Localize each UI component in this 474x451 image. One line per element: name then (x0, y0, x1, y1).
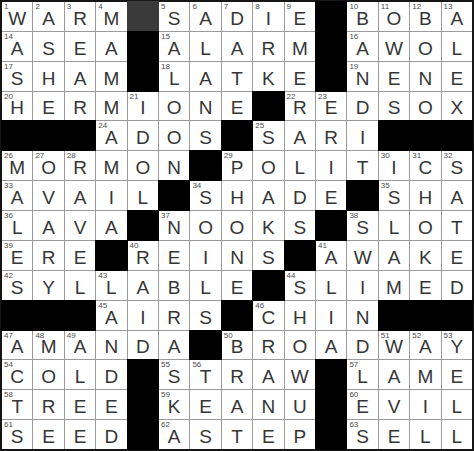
cell-r3c1[interactable]: 17S (2, 62, 32, 91)
cell-r1c3[interactable]: 3R (65, 2, 95, 31)
cell-r3c12[interactable]: 19N (347, 62, 377, 91)
cell-r2c4[interactable]: A (96, 32, 126, 61)
cell-r8c1[interactable]: 36L (2, 211, 32, 240)
letter-r3c4: M (103, 69, 119, 91)
cell-r10c4[interactable]: 43L (96, 271, 126, 300)
black-cell-r6c7 (190, 151, 220, 180)
letter-r2c9: R (262, 39, 276, 61)
cell-r8c2[interactable]: A (33, 211, 63, 240)
cell-r3c13[interactable]: E (379, 62, 409, 91)
cell-r13c15[interactable]: E (442, 360, 472, 389)
cell-r3c7[interactable]: A (190, 62, 220, 91)
letter-r7c14: H (419, 188, 433, 210)
cell-r9c15[interactable]: E (442, 241, 472, 270)
cell-r15c10[interactable]: P (285, 420, 315, 449)
cell-r11c11[interactable]: I (316, 301, 346, 330)
cell-r7c1[interactable]: 33A (2, 181, 32, 210)
clue-number-43: 43 (98, 271, 107, 281)
letter-r8c14: O (418, 218, 433, 240)
clue-number-23: 23 (318, 92, 327, 102)
letter-r1c2: A (42, 9, 55, 31)
cell-r10c6[interactable]: B (159, 271, 189, 300)
cell-r6c15[interactable]: 32S (442, 151, 472, 180)
letter-r2c4: A (105, 39, 118, 61)
cell-r8c8[interactable]: O (222, 211, 252, 240)
cell-r9c2[interactable]: R (33, 241, 63, 270)
cell-r15c9[interactable]: E (253, 420, 283, 449)
letter-r6c15: S (450, 158, 463, 180)
cell-r15c7[interactable]: S (190, 420, 220, 449)
cell-r4c8[interactable]: E (222, 92, 252, 121)
cell-r9c6[interactable]: E (159, 241, 189, 270)
cell-r12c4[interactable]: N (96, 331, 126, 360)
clue-number-50: 50 (224, 331, 233, 341)
clue-number-1: 1 (4, 2, 8, 12)
letter-r9c7: I (203, 248, 208, 270)
letter-r10c7: L (200, 278, 211, 300)
clue-number-37: 37 (161, 211, 170, 221)
letter-r6c3: R (73, 158, 87, 180)
cell-r11c4[interactable]: 45A (96, 301, 126, 330)
letter-r12c12: D (356, 337, 370, 359)
cell-r3c2[interactable]: H (33, 62, 63, 91)
cell-r13c4[interactable]: D (96, 360, 126, 389)
letter-r9c14: K (419, 248, 432, 270)
clue-number-59: 59 (161, 390, 170, 400)
cell-r2c6[interactable]: 15A (159, 32, 189, 61)
black-cell-r11c14 (410, 301, 440, 330)
cell-r6c2[interactable]: 27O (33, 151, 63, 180)
letter-r1c12: B (356, 9, 369, 31)
cell-r5c4[interactable]: 24A (96, 121, 126, 150)
letter-r1c8: D (230, 9, 244, 31)
cell-r13c6[interactable]: 55S (159, 360, 189, 389)
clue-number-48: 48 (35, 331, 44, 341)
letter-r6c6: N (167, 158, 181, 180)
cell-r2c3[interactable]: E (65, 32, 95, 61)
cell-r2c14[interactable]: O (410, 32, 440, 61)
letter-r14c6: K (168, 397, 181, 419)
letter-r7c13: S (388, 188, 401, 210)
black-cell-r11c2 (33, 301, 63, 330)
letter-r9c1: E (11, 248, 24, 270)
cell-r15c4[interactable]: D (96, 420, 126, 449)
black-cell-r14c11 (316, 390, 346, 419)
cell-r11c7[interactable]: S (190, 301, 220, 330)
cell-r9c3[interactable]: E (65, 241, 95, 270)
cell-r2c2[interactable]: S (33, 32, 63, 61)
cell-r3c4[interactable]: M (96, 62, 126, 91)
cell-r8c3[interactable]: V (65, 211, 95, 240)
letter-r12c9: R (262, 337, 276, 359)
cell-r11c5[interactable]: I (128, 301, 158, 330)
clue-number-46: 46 (255, 301, 264, 311)
cell-r15c13[interactable]: E (379, 420, 409, 449)
cell-r5c10[interactable]: A (285, 121, 315, 150)
cell-r8c7[interactable]: O (190, 211, 220, 240)
cell-r6c4[interactable]: M (96, 151, 126, 180)
cell-r3c6[interactable]: 18L (159, 62, 189, 91)
cell-r14c12[interactable]: 60E (347, 390, 377, 419)
letter-r10c2: Y (42, 278, 55, 300)
cell-r6c9[interactable]: O (253, 151, 283, 180)
letter-r15c9: E (262, 427, 275, 449)
cell-r12c12[interactable]: D (347, 331, 377, 360)
cell-r4c5[interactable]: 21I (128, 92, 158, 121)
cell-r8c4[interactable]: A (96, 211, 126, 240)
cell-r14c1[interactable]: 58T (2, 390, 32, 419)
crossword-board: 1W2A3R4M5S6A7D8I9E10B11O12B13A14ASEA15AL… (0, 0, 474, 451)
cell-r13c14[interactable]: M (410, 360, 440, 389)
cell-r13c9[interactable]: A (253, 360, 283, 389)
cell-r2c13[interactable]: W (379, 32, 409, 61)
cell-r2c15[interactable]: L (442, 32, 472, 61)
cell-r5c7[interactable]: S (190, 121, 220, 150)
cell-r5c5[interactable]: D (128, 121, 158, 150)
cell-r13c13[interactable]: A (379, 360, 409, 389)
cell-r11c12[interactable]: N (347, 301, 377, 330)
cell-r1c14[interactable]: 12B (410, 2, 440, 31)
letter-r4c8: E (231, 98, 244, 120)
cell-r8c14[interactable]: O (410, 211, 440, 240)
cell-r12c13[interactable]: 51W (379, 331, 409, 360)
cell-r10c8[interactable]: E (222, 271, 252, 300)
cell-r10c5[interactable]: A (128, 271, 158, 300)
cell-r1c1[interactable]: 1W (2, 2, 32, 31)
letter-r2c12: A (356, 39, 369, 61)
cell-r14c13[interactable]: V (379, 390, 409, 419)
cell-r12c2[interactable]: 48M (33, 331, 63, 360)
cell-r2c8[interactable]: A (222, 32, 252, 61)
black-cell-r7c12 (347, 181, 377, 210)
letter-r15c13: E (388, 427, 401, 449)
cell-r10c15[interactable]: D (442, 271, 472, 300)
cell-r1c10[interactable]: 9E (285, 2, 315, 31)
letter-r1c3: R (73, 9, 87, 31)
letter-r13c10: W (291, 367, 309, 389)
cell-r12c10[interactable]: O (285, 331, 315, 360)
cell-r7c8[interactable]: H (222, 181, 252, 210)
clue-number-16: 16 (349, 32, 358, 42)
clue-number-62: 62 (161, 420, 170, 430)
letter-r4c3: R (73, 98, 87, 120)
cell-r7c10[interactable]: D (285, 181, 315, 210)
cell-r9c8[interactable]: N (222, 241, 252, 270)
letter-r7c4: I (109, 188, 114, 210)
letter-r8c8: O (230, 218, 245, 240)
clue-number-51: 51 (381, 331, 390, 341)
letter-r3c9: K (262, 69, 275, 91)
letter-r15c3: E (74, 427, 87, 449)
cell-r6c1[interactable]: 26M (2, 151, 32, 180)
cell-r7c4[interactable]: I (96, 181, 126, 210)
letter-r14c15: L (452, 397, 463, 419)
cell-r4c13[interactable]: S (379, 92, 409, 121)
letter-r14c13: V (388, 397, 401, 419)
cell-r5c11[interactable]: R (316, 121, 346, 150)
clue-number-5: 5 (161, 2, 165, 12)
letter-r4c4: M (103, 98, 119, 120)
cell-r7c7[interactable]: 34S (190, 181, 220, 210)
cell-r7c15[interactable]: A (442, 181, 472, 210)
black-cell-r1c11 (316, 2, 346, 31)
cell-r6c14[interactable]: 31C (410, 151, 440, 180)
cell-r12c3[interactable]: 49A (65, 331, 95, 360)
cell-r10c10[interactable]: 44S (285, 271, 315, 300)
cell-r10c14[interactable]: E (410, 271, 440, 300)
cell-r13c12[interactable]: 57L (347, 360, 377, 389)
cell-r10c12[interactable]: I (347, 271, 377, 300)
cell-r9c12[interactable]: W (347, 241, 377, 270)
cell-r14c6[interactable]: 59K (159, 390, 189, 419)
cell-r1c13[interactable]: 11O (379, 2, 409, 31)
black-cell-r11c15 (442, 301, 472, 330)
letter-r9c3: E (74, 248, 87, 270)
cell-r3c10[interactable]: E (285, 62, 315, 91)
cell-r13c2[interactable]: O (33, 360, 63, 389)
letter-r2c8: A (231, 39, 244, 61)
cell-r15c1[interactable]: 61S (2, 420, 32, 449)
cell-r10c11[interactable]: L (316, 271, 346, 300)
letter-r3c15: E (450, 69, 463, 91)
cell-r4c1[interactable]: 20H (2, 92, 32, 121)
cell-r13c7[interactable]: 56T (190, 360, 220, 389)
cell-r3c3[interactable]: A (65, 62, 95, 91)
cell-r15c3[interactable]: E (65, 420, 95, 449)
cell-r2c12[interactable]: 16A (347, 32, 377, 61)
cell-r7c14[interactable]: H (410, 181, 440, 210)
cell-r15c15[interactable]: L (442, 420, 472, 449)
cell-r8c10[interactable]: S (285, 211, 315, 240)
letter-r8c10: S (293, 218, 306, 240)
cell-r10c3[interactable]: L (65, 271, 95, 300)
cell-r1c6[interactable]: 5S (159, 2, 189, 31)
cell-r11c10[interactable]: H (285, 301, 315, 330)
letter-r12c14: A (419, 337, 432, 359)
letter-r5c5: D (136, 128, 150, 150)
letter-r5c11: R (324, 128, 338, 150)
clue-number-58: 58 (4, 390, 13, 400)
cell-r1c4[interactable]: 4M (96, 2, 126, 31)
clue-number-11: 11 (381, 2, 389, 12)
letter-r14c9: N (262, 397, 276, 419)
letter-r9c11: A (325, 248, 338, 270)
black-cell-r13c5 (128, 360, 158, 389)
cell-r13c3[interactable]: L (65, 360, 95, 389)
letter-r3c8: T (231, 69, 243, 91)
cell-r6c10[interactable]: L (285, 151, 315, 180)
cell-r1c8[interactable]: 7D (222, 2, 252, 31)
cell-r14c14[interactable]: I (410, 390, 440, 419)
cell-r14c7[interactable]: E (190, 390, 220, 419)
cell-r4c10[interactable]: 22R (285, 92, 315, 121)
cell-r14c4[interactable]: E (96, 390, 126, 419)
cell-r10c1[interactable]: 42S (2, 271, 32, 300)
cell-r6c8[interactable]: 29P (222, 151, 252, 180)
cell-r12c1[interactable]: 47A (2, 331, 32, 360)
cell-r13c1[interactable]: 54C (2, 360, 32, 389)
cell-r1c12[interactable]: 10B (347, 2, 377, 31)
cell-r4c2[interactable]: E (33, 92, 63, 121)
clue-number-4: 4 (98, 2, 102, 12)
cell-r1c7[interactable]: 6A (190, 2, 220, 31)
cell-r6c13[interactable]: 30I (379, 151, 409, 180)
letter-r15c4: D (105, 427, 119, 449)
cell-r3c15[interactable]: E (442, 62, 472, 91)
clue-number-34: 34 (192, 181, 201, 191)
black-cell-r11c3 (65, 301, 95, 330)
cell-r10c7[interactable]: L (190, 271, 220, 300)
cell-r12c5[interactable]: D (128, 331, 158, 360)
letter-r7c3: A (74, 188, 87, 210)
cell-r6c6[interactable]: N (159, 151, 189, 180)
cell-r4c7[interactable]: N (190, 92, 220, 121)
cell-r7c9[interactable]: A (253, 181, 283, 210)
letter-r1c14: B (419, 9, 432, 31)
cell-r2c10[interactable]: M (285, 32, 315, 61)
cell-r15c12[interactable]: 63S (347, 420, 377, 449)
letter-r11c11: I (329, 308, 334, 330)
cell-r1c9[interactable]: 8I (253, 2, 283, 31)
letter-r10c6: B (168, 278, 181, 300)
cell-r4c15[interactable]: X (442, 92, 472, 121)
cell-r3c9[interactable]: K (253, 62, 283, 91)
cell-r8c6[interactable]: 37N (159, 211, 189, 240)
cell-r5c12[interactable]: I (347, 121, 377, 150)
cell-r7c2[interactable]: V (33, 181, 63, 210)
cell-r9c13[interactable]: A (379, 241, 409, 270)
black-cell-r7c6 (159, 181, 189, 210)
letter-r12c5: D (136, 337, 150, 359)
letter-r2c6: A (168, 39, 181, 61)
cell-r4c4[interactable]: M (96, 92, 126, 121)
cell-r4c14[interactable]: O (410, 92, 440, 121)
cell-r6c12[interactable]: T (347, 151, 377, 180)
cell-r14c15[interactable]: L (442, 390, 472, 419)
cell-r11c9[interactable]: 46C (253, 301, 283, 330)
letter-r5c6: O (167, 128, 182, 150)
clue-number-41: 41 (318, 241, 327, 251)
cell-r14c3[interactable]: E (65, 390, 95, 419)
letter-r4c12: D (356, 98, 370, 120)
letter-r6c13: I (391, 158, 396, 180)
cell-r13c10[interactable]: W (285, 360, 315, 389)
cell-r7c13[interactable]: 35S (379, 181, 409, 210)
cell-r14c10[interactable]: U (285, 390, 315, 419)
cell-r3c8[interactable]: T (222, 62, 252, 91)
black-cell-r11c13 (379, 301, 409, 330)
clue-number-60: 60 (349, 390, 358, 400)
cell-r4c6[interactable]: O (159, 92, 189, 121)
cell-r8c15[interactable]: T (442, 211, 472, 240)
letter-r1c1: W (8, 9, 26, 31)
cell-r12c9[interactable]: R (253, 331, 283, 360)
cell-r15c6[interactable]: 62A (159, 420, 189, 449)
letter-r13c13: A (388, 367, 401, 389)
letter-r10c1: S (11, 278, 24, 300)
clue-number-54: 54 (4, 360, 13, 370)
cell-r5c6[interactable]: O (159, 121, 189, 150)
letter-r7c9: A (262, 188, 275, 210)
letter-r13c12: L (357, 367, 368, 389)
cell-r15c2[interactable]: E (33, 420, 63, 449)
letter-r10c5: A (136, 278, 149, 300)
cell-r12c15[interactable]: 53Y (442, 331, 472, 360)
letter-r3c2: H (42, 69, 56, 91)
cell-r9c1[interactable]: 39E (2, 241, 32, 270)
letter-r8c7: O (198, 218, 213, 240)
cell-r3c14[interactable]: N (410, 62, 440, 91)
cell-r4c12[interactable]: D (347, 92, 377, 121)
cell-r9c9[interactable]: S (253, 241, 283, 270)
cell-r5c9[interactable]: 25S (253, 121, 283, 150)
letter-r6c14: C (419, 158, 433, 180)
cell-r4c11[interactable]: 23E (316, 92, 346, 121)
letter-r6c1: M (9, 158, 25, 180)
black-cell-r14c5 (128, 390, 158, 419)
letter-r8c3: V (74, 218, 87, 240)
cell-r10c2[interactable]: Y (33, 271, 63, 300)
cell-r6c11[interactable]: I (316, 151, 346, 180)
letter-r9c13: A (388, 248, 401, 270)
cell-r14c9[interactable]: N (253, 390, 283, 419)
black-cell-r15c11 (316, 420, 346, 449)
cell-r15c14[interactable]: L (410, 420, 440, 449)
cell-r7c11[interactable]: E (316, 181, 346, 210)
cell-r9c5[interactable]: 40R (128, 241, 158, 270)
letter-r3c3: A (74, 69, 87, 91)
cell-r12c6[interactable]: A (159, 331, 189, 360)
letter-r13c2: O (41, 367, 56, 389)
cell-r15c8[interactable]: T (222, 420, 252, 449)
clue-number-42: 42 (4, 271, 13, 281)
cell-r6c3[interactable]: 28R (65, 151, 95, 180)
cell-r7c3[interactable]: A (65, 181, 95, 210)
cell-r10c13[interactable]: M (379, 271, 409, 300)
cell-r9c11[interactable]: 41A (316, 241, 346, 270)
cell-r14c2[interactable]: R (33, 390, 63, 419)
cell-r2c1[interactable]: 14A (2, 32, 32, 61)
cell-r7c5[interactable]: L (128, 181, 158, 210)
cell-r1c15[interactable]: 13A (442, 2, 472, 31)
cell-r12c8[interactable]: 50B (222, 331, 252, 360)
black-cell-r5c14 (410, 121, 440, 150)
cell-r12c11[interactable]: A (316, 331, 346, 360)
cell-r2c7[interactable]: L (190, 32, 220, 61)
letter-r14c14: I (423, 397, 428, 419)
cell-r9c14[interactable]: K (410, 241, 440, 270)
cell-r4c3[interactable]: R (65, 92, 95, 121)
cell-r1c2[interactable]: 2A (33, 2, 63, 31)
letter-r8c9: K (262, 218, 275, 240)
cell-r9c7[interactable]: I (190, 241, 220, 270)
cell-r8c12[interactable]: 38S (347, 211, 377, 240)
cell-r8c9[interactable]: K (253, 211, 283, 240)
cell-r14c8[interactable]: A (222, 390, 252, 419)
cell-r13c8[interactable]: R (222, 360, 252, 389)
cell-r8c13[interactable]: L (379, 211, 409, 240)
cell-r12c14[interactable]: 52A (410, 331, 440, 360)
letter-r4c11: E (325, 98, 338, 120)
letter-r5c10: A (293, 128, 306, 150)
letter-r15c15: L (452, 427, 463, 449)
cell-r11c6[interactable]: R (159, 301, 189, 330)
letter-r1c13: O (387, 9, 402, 31)
cell-r2c9[interactable]: R (253, 32, 283, 61)
letter-r7c2: V (42, 188, 55, 210)
cell-r6c5[interactable]: O (128, 151, 158, 180)
clue-number-30: 30 (381, 151, 390, 161)
